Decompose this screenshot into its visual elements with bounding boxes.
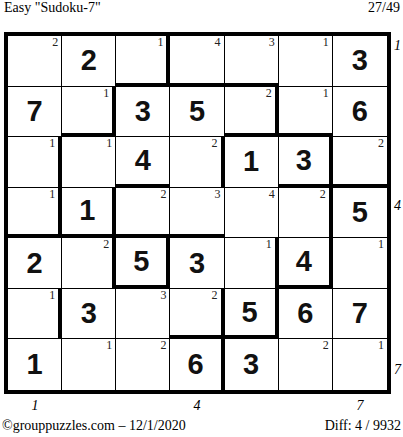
cell-r3c5[interactable]: 1 xyxy=(225,137,279,188)
given-digit: 2 xyxy=(81,46,97,75)
corner-hint-number: 3 xyxy=(215,188,221,201)
cell-r7c3[interactable]: 2 xyxy=(116,339,170,390)
corner-hint-number: 2 xyxy=(52,36,58,49)
cell-r7c7[interactable]: 1 xyxy=(333,339,387,390)
row-label-7: 7 xyxy=(394,362,403,378)
cell-r1c1[interactable]: 2 xyxy=(8,36,62,87)
col-label-1: 1 xyxy=(25,398,45,414)
empty-cell-counter: 27/49 xyxy=(368,0,400,16)
cell-r4c4[interactable]: 3 xyxy=(170,188,224,239)
cell-r3c2[interactable]: 1 xyxy=(62,137,116,188)
corner-hint-number: 2 xyxy=(160,339,166,352)
cell-r3c6[interactable]: 3 xyxy=(279,137,333,188)
cell-r6c6[interactable]: 6 xyxy=(279,289,333,340)
cell-r7c6[interactable]: 2 xyxy=(279,339,333,390)
corner-hint-number: 1 xyxy=(157,36,163,49)
cell-r2c6[interactable]: 1 xyxy=(279,87,333,138)
corner-hint-number: 3 xyxy=(269,36,275,49)
given-digit: 1 xyxy=(27,350,43,379)
cell-r6c7[interactable]: 7 xyxy=(333,289,387,340)
corner-hint-number: 4 xyxy=(269,188,275,201)
cell-r2c5[interactable]: 2 xyxy=(225,87,279,138)
cell-r1c7[interactable]: 3 xyxy=(333,36,387,87)
cell-r2c3[interactable]: 3 xyxy=(116,87,170,138)
corner-hint-number: 1 xyxy=(49,188,55,201)
puzzle-page: Easy "Sudoku-7" 27/49 221431371352161142… xyxy=(0,0,403,437)
corner-hint-number: 1 xyxy=(106,137,112,150)
cell-r4c3[interactable]: 2 xyxy=(116,188,170,239)
given-digit: 7 xyxy=(27,97,43,126)
given-digit: 3 xyxy=(81,299,97,328)
sudoku-board: 2214313713521611421321123425225314113325… xyxy=(4,32,391,394)
row-label-4: 4 xyxy=(394,198,403,214)
corner-hint-number: 1 xyxy=(106,339,112,352)
given-digit: 2 xyxy=(27,249,43,278)
cell-r3c7[interactable]: 2 xyxy=(333,137,387,188)
corner-hint-number: 2 xyxy=(378,137,384,150)
given-digit: 4 xyxy=(296,247,312,276)
col-label-7: 7 xyxy=(350,398,370,414)
cell-r4c6[interactable]: 2 xyxy=(279,188,333,239)
corner-hint-number: 1 xyxy=(49,137,55,150)
cell-r5c1[interactable]: 2 xyxy=(8,238,62,289)
cell-r6c5[interactable]: 5 xyxy=(225,289,279,340)
cell-r5c5[interactable]: 1 xyxy=(225,238,279,289)
cell-r1c2[interactable]: 2 xyxy=(62,36,116,87)
given-digit: 6 xyxy=(297,299,313,328)
cell-r1c3[interactable]: 1 xyxy=(116,36,170,87)
cell-r6c4[interactable]: 2 xyxy=(170,289,224,340)
given-digit: 3 xyxy=(352,46,368,75)
corner-hint-number: 2 xyxy=(266,87,272,100)
cell-r6c3[interactable]: 3 xyxy=(116,289,170,340)
cell-r7c2[interactable]: 1 xyxy=(62,339,116,390)
given-digit: 7 xyxy=(352,299,368,328)
cell-r3c4[interactable]: 2 xyxy=(170,137,224,188)
given-digit: 6 xyxy=(352,97,368,126)
cell-r7c5[interactable]: 3 xyxy=(225,339,279,390)
cell-r3c1[interactable]: 1 xyxy=(8,137,62,188)
given-digit: 3 xyxy=(243,350,259,379)
cell-r7c4[interactable]: 6 xyxy=(170,339,224,390)
cell-r1c4[interactable]: 4 xyxy=(170,36,224,87)
cell-r7c1[interactable]: 1 xyxy=(8,339,62,390)
cell-r2c7[interactable]: 6 xyxy=(333,87,387,138)
cell-r4c7[interactable]: 5 xyxy=(333,188,387,239)
corner-hint-number: 2 xyxy=(103,238,109,251)
cell-r2c4[interactable]: 5 xyxy=(170,87,224,138)
corner-hint-number: 1 xyxy=(49,289,55,302)
corner-hint-number: 2 xyxy=(212,137,218,150)
given-digit: 4 xyxy=(135,146,151,175)
cell-r4c5[interactable]: 4 xyxy=(225,188,279,239)
given-digit: 5 xyxy=(352,198,368,227)
given-digit: 5 xyxy=(189,97,205,126)
corner-hint-number: 1 xyxy=(323,36,329,49)
cell-r5c4[interactable]: 3 xyxy=(170,238,224,289)
given-digit: 1 xyxy=(243,147,259,176)
row-label-1: 1 xyxy=(394,38,403,54)
cell-r4c1[interactable]: 1 xyxy=(8,188,62,239)
cell-r1c5[interactable]: 3 xyxy=(225,36,279,87)
cell-r5c2[interactable]: 2 xyxy=(62,238,116,289)
col-label-4: 4 xyxy=(187,398,207,414)
cell-r5c7[interactable]: 1 xyxy=(333,238,387,289)
corner-hint-number: 1 xyxy=(378,238,384,251)
given-digit: 6 xyxy=(187,350,203,379)
corner-hint-number: 1 xyxy=(378,339,384,352)
page-title: Easy "Sudoku-7" xyxy=(4,0,101,16)
given-digit: 1 xyxy=(79,196,95,225)
corner-hint-number: 2 xyxy=(160,188,166,201)
cell-r2c2[interactable]: 1 xyxy=(62,87,116,138)
cell-r2c1[interactable]: 7 xyxy=(8,87,62,138)
cell-r6c2[interactable]: 3 xyxy=(62,289,116,340)
corner-hint-number: 4 xyxy=(215,36,221,49)
cell-r1c6[interactable]: 1 xyxy=(279,36,333,87)
difficulty-rating: Diff: 4 / 9932 xyxy=(325,418,401,434)
cell-r5c6[interactable]: 4 xyxy=(279,238,333,289)
cell-r6c1[interactable]: 1 xyxy=(8,289,62,340)
given-digit: 5 xyxy=(242,298,258,327)
copyright-date: ©grouppuzzles.com – 12/1/2020 xyxy=(2,418,186,434)
corner-hint-number: 1 xyxy=(103,87,109,100)
corner-hint-number: 1 xyxy=(323,87,329,100)
corner-hint-number: 1 xyxy=(266,238,272,251)
corner-hint-number: 2 xyxy=(323,339,329,352)
corner-hint-number: 2 xyxy=(320,188,326,201)
cell-r3c3[interactable]: 4 xyxy=(116,137,170,188)
given-digit: 3 xyxy=(296,146,312,175)
cell-r4c2[interactable]: 1 xyxy=(62,188,116,239)
cell-r5c3[interactable]: 5 xyxy=(116,238,170,289)
given-digit: 3 xyxy=(135,97,151,126)
corner-hint-number: 3 xyxy=(160,289,166,302)
given-digit: 5 xyxy=(133,247,149,276)
corner-hint-number: 2 xyxy=(212,289,218,302)
given-digit: 3 xyxy=(189,249,205,278)
